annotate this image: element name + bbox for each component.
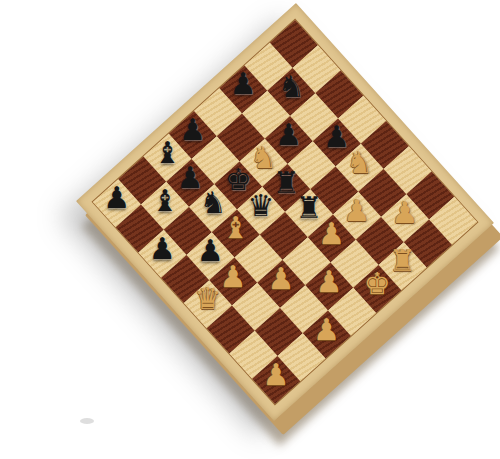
black-pawn[interactable]: ♟ (226, 67, 260, 101)
black-pawn[interactable]: ♟ (145, 232, 179, 266)
white-pawn[interactable]: ♟ (388, 196, 422, 230)
black-pawn[interactable]: ♟ (100, 181, 134, 215)
white-queen[interactable]: ♛ (191, 282, 225, 316)
black-knight[interactable]: ♞ (274, 70, 308, 104)
white-king[interactable]: ♚ (360, 267, 394, 301)
square-h1[interactable]: ♟ (252, 356, 300, 404)
board-grid: ♞♟♞♟♟♟♟♜♞♜♜♟♚♟♚♛♟♝♟♞♝♟♟♝♟♟♟♟♛♟ (93, 20, 477, 404)
white-pawn[interactable]: ♟ (259, 358, 293, 392)
background-smudge (80, 418, 94, 424)
chess-photo-scene: ♞♟♞♟♟♟♟♜♞♜♜♟♚♟♚♛♟♝♟♞♝♟♟♝♟♟♟♟♛♟ (0, 0, 500, 459)
white-pawn[interactable]: ♟ (310, 313, 344, 347)
white-knight[interactable]: ♞ (343, 146, 377, 180)
white-pawn[interactable]: ♟ (312, 265, 346, 299)
white-pawn[interactable]: ♟ (315, 217, 349, 251)
board-frame: ♞♟♞♟♟♟♟♜♞♜♜♟♚♟♚♛♟♝♟♞♝♟♟♝♟♟♟♟♛♟ (76, 3, 494, 421)
white-pawn[interactable]: ♟ (264, 262, 298, 296)
black-bishop[interactable]: ♝ (148, 184, 182, 218)
